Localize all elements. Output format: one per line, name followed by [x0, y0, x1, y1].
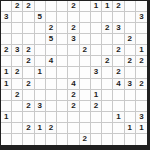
- empty-cell-r8c6[interactable]: [57, 79, 68, 90]
- empty-cell-r9c8[interactable]: [80, 90, 91, 101]
- clue-cell-r3c10: 2: [102, 23, 113, 34]
- clue-cell-r2c4: 5: [35, 12, 46, 23]
- empty-cell-r13c9[interactable]: [91, 134, 102, 145]
- empty-cell-r3c3[interactable]: [23, 23, 34, 34]
- empty-cell-r12c9[interactable]: [91, 123, 102, 134]
- empty-cell-r3c2[interactable]: [12, 23, 23, 34]
- clue-cell-r1c3: 2: [23, 1, 34, 12]
- empty-cell-r8c4[interactable]: [35, 79, 46, 90]
- empty-cell-r3c9[interactable]: [91, 23, 102, 34]
- empty-cell-r9c3[interactable]: [23, 90, 34, 101]
- empty-cell-r13c5[interactable]: [46, 134, 57, 145]
- clue-cell-r4c7: 3: [68, 34, 79, 45]
- empty-cell-r4c3[interactable]: [23, 34, 34, 45]
- clue-cell-r9c7: 2: [68, 90, 79, 101]
- clue-cell-r10c9: 2: [91, 101, 102, 112]
- clue-cell-r4c12: 2: [125, 34, 136, 45]
- empty-cell-r11c5[interactable]: [46, 112, 57, 123]
- empty-cell-r4c6[interactable]: [57, 34, 68, 45]
- clue-cell-r12c5: 2: [46, 123, 57, 134]
- empty-cell-r2c3[interactable]: [23, 12, 34, 23]
- empty-cell-r11c8[interactable]: [80, 112, 91, 123]
- clue-cell-r6c10: 2: [102, 56, 113, 67]
- empty-cell-r6c6[interactable]: [57, 56, 68, 67]
- empty-cell-r6c1[interactable]: [1, 56, 12, 67]
- empty-cell-r10c6[interactable]: [57, 101, 68, 112]
- clue-cell-r9c2: 2: [12, 90, 23, 101]
- empty-cell-r7c7[interactable]: [68, 67, 79, 78]
- empty-cell-r6c9[interactable]: [91, 56, 102, 67]
- empty-cell-r5c10[interactable]: [102, 45, 113, 56]
- empty-cell-r9c10[interactable]: [102, 90, 113, 101]
- clue-cell-r8c11: 4: [113, 79, 124, 90]
- empty-cell-r2c2[interactable]: [12, 12, 23, 23]
- clue-cell-r8c3: 2: [23, 79, 34, 90]
- empty-cell-r2c6[interactable]: [57, 12, 68, 23]
- empty-cell-r13c10[interactable]: [102, 134, 113, 145]
- empty-cell-r8c9[interactable]: [91, 79, 102, 90]
- empty-cell-r13c13[interactable]: [136, 134, 147, 145]
- clue-cell-r6c5: 4: [46, 56, 57, 67]
- clue-cell-r12c3: 2: [23, 123, 34, 134]
- empty-cell-r1c4[interactable]: [35, 1, 46, 12]
- empty-cell-r7c6[interactable]: [57, 67, 68, 78]
- empty-cell-r2c10[interactable]: [102, 12, 113, 23]
- empty-cell-r2c5[interactable]: [46, 12, 57, 23]
- clue-cell-r11c13: 3: [136, 112, 147, 123]
- empty-cell-r12c8[interactable]: [80, 123, 91, 134]
- empty-cell-r9c13[interactable]: [136, 90, 147, 101]
- empty-cell-r4c1[interactable]: [1, 34, 12, 45]
- empty-cell-r10c1[interactable]: [1, 101, 12, 112]
- empty-cell-r12c6[interactable]: [57, 123, 68, 134]
- empty-cell-r13c3[interactable]: [23, 134, 34, 145]
- empty-cell-r8c2[interactable]: [12, 79, 23, 90]
- empty-cell-r4c9[interactable]: [91, 34, 102, 45]
- empty-cell-r13c4[interactable]: [35, 134, 46, 145]
- clue-cell-r3c7: 2: [68, 23, 79, 34]
- empty-cell-r12c1[interactable]: [1, 123, 12, 134]
- empty-cell-r1c5[interactable]: [46, 1, 57, 12]
- empty-cell-r7c10[interactable]: [102, 67, 113, 78]
- clue-cell-r1c10: 1: [102, 1, 113, 12]
- clue-cell-r7c9: 3: [91, 67, 102, 78]
- clue-cell-r8c7: 4: [68, 79, 79, 90]
- empty-cell-r11c2[interactable]: [12, 112, 23, 123]
- empty-cell-r11c12[interactable]: [125, 112, 136, 123]
- empty-cell-r8c8[interactable]: [80, 79, 91, 90]
- empty-cell-r6c2[interactable]: [12, 56, 23, 67]
- empty-cell-r7c12[interactable]: [125, 67, 136, 78]
- empty-cell-r6c7[interactable]: [68, 56, 79, 67]
- empty-cell-r12c7[interactable]: [68, 123, 79, 134]
- clue-cell-r1c2: 2: [12, 1, 23, 12]
- empty-cell-r3c6[interactable]: [57, 23, 68, 34]
- clue-cell-r4c5: 5: [46, 34, 57, 45]
- empty-cell-r9c4[interactable]: [35, 90, 46, 101]
- empty-cell-r12c11[interactable]: [113, 123, 124, 134]
- empty-cell-r5c4[interactable]: [35, 45, 46, 56]
- empty-cell-r9c12[interactable]: [125, 90, 136, 101]
- clue-cell-r7c11: 2: [113, 67, 124, 78]
- empty-cell-r10c8[interactable]: [80, 101, 91, 112]
- clue-cell-r2c13: 3: [136, 12, 147, 23]
- clue-cell-r8c13: 2: [136, 79, 147, 90]
- clue-cell-r12c13: 1: [136, 123, 147, 134]
- clue-cell-r10c4: 3: [35, 101, 46, 112]
- empty-cell-r3c8[interactable]: [80, 23, 91, 34]
- clue-cell-r1c11: 2: [113, 1, 124, 12]
- empty-cell-r7c13[interactable]: [136, 67, 147, 78]
- clue-cell-r6c13: 2: [136, 56, 147, 67]
- clue-cell-r5c8: 2: [80, 45, 91, 56]
- empty-cell-r11c6[interactable]: [57, 112, 68, 123]
- empty-cell-r7c3[interactable]: [23, 67, 34, 78]
- empty-cell-r4c11[interactable]: [113, 34, 124, 45]
- clue-cell-r6c3: 2: [23, 56, 34, 67]
- empty-cell-r2c9[interactable]: [91, 12, 102, 23]
- puzzle-board: 2221123532223532232221242221213212443222…: [0, 0, 150, 150]
- empty-cell-r1c12[interactable]: [125, 1, 136, 12]
- clue-cell-r5c3: 2: [23, 45, 34, 56]
- empty-cell-r9c11[interactable]: [113, 90, 124, 101]
- empty-cell-r9c1[interactable]: [1, 90, 12, 101]
- empty-cell-r5c12[interactable]: [125, 45, 136, 56]
- empty-cell-r4c8[interactable]: [80, 34, 91, 45]
- empty-cell-r6c11[interactable]: [113, 56, 124, 67]
- clue-cell-r2c1: 3: [1, 12, 12, 23]
- empty-cell-r13c6[interactable]: [57, 134, 68, 145]
- clue-cell-r1c7: 2: [68, 1, 79, 12]
- clue-cell-r5c2: 3: [12, 45, 23, 56]
- clue-cell-r5c13: 1: [136, 45, 147, 56]
- empty-cell-r10c12[interactable]: [125, 101, 136, 112]
- empty-cell-r8c10[interactable]: [102, 79, 113, 90]
- empty-cell-r10c10[interactable]: [102, 101, 113, 112]
- empty-cell-r8c5[interactable]: [46, 79, 57, 90]
- empty-cell-r11c10[interactable]: [102, 112, 113, 123]
- empty-cell-r10c11[interactable]: [113, 101, 124, 112]
- clue-cell-r10c7: 2: [68, 101, 79, 112]
- empty-cell-r5c9[interactable]: [91, 45, 102, 56]
- empty-cell-r5c6[interactable]: [57, 45, 68, 56]
- empty-cell-r13c11[interactable]: [113, 134, 124, 145]
- empty-cell-r12c10[interactable]: [102, 123, 113, 134]
- empty-cell-r6c4[interactable]: [35, 56, 46, 67]
- clue-cell-r9c9: 1: [91, 90, 102, 101]
- clue-cell-r13c8: 2: [80, 134, 91, 145]
- empty-cell-r5c5[interactable]: [46, 45, 57, 56]
- empty-cell-r4c2[interactable]: [12, 34, 23, 45]
- empty-cell-r12c2[interactable]: [12, 123, 23, 134]
- empty-cell-r2c11[interactable]: [113, 12, 124, 23]
- empty-cell-r6c8[interactable]: [80, 56, 91, 67]
- clue-cell-r7c1: 1: [1, 67, 12, 78]
- clue-cell-r5c11: 2: [113, 45, 124, 56]
- clue-cell-r3c5: 2: [46, 23, 57, 34]
- empty-cell-r3c12[interactable]: [125, 23, 136, 34]
- empty-cell-r5c7[interactable]: [68, 45, 79, 56]
- empty-cell-r11c7[interactable]: [68, 112, 79, 123]
- clue-cell-r6c12: 2: [125, 56, 136, 67]
- empty-cell-r13c2[interactable]: [12, 134, 23, 145]
- empty-cell-r9c5[interactable]: [46, 90, 57, 101]
- empty-cell-r4c13[interactable]: [136, 34, 147, 45]
- empty-cell-r10c13[interactable]: [136, 101, 147, 112]
- empty-cell-r13c7[interactable]: [68, 134, 79, 145]
- empty-cell-r1c13[interactable]: [136, 1, 147, 12]
- empty-cell-r4c10[interactable]: [102, 34, 113, 45]
- empty-cell-r4c4[interactable]: [35, 34, 46, 45]
- empty-cell-r7c8[interactable]: [80, 67, 91, 78]
- clue-cell-r5c1: 2: [1, 45, 12, 56]
- empty-cell-r2c7[interactable]: [68, 12, 79, 23]
- empty-cell-r9c6[interactable]: [57, 90, 68, 101]
- clue-cell-r12c12: 1: [125, 123, 136, 134]
- empty-cell-r11c9[interactable]: [91, 112, 102, 123]
- empty-cell-r11c3[interactable]: [23, 112, 34, 123]
- clue-cell-r8c12: 3: [125, 79, 136, 90]
- clue-cell-r11c11: 1: [113, 112, 124, 123]
- clue-cell-r10c3: 2: [23, 101, 34, 112]
- clue-cell-r12c4: 1: [35, 123, 46, 134]
- empty-cell-r2c12[interactable]: [125, 12, 136, 23]
- clue-cell-r11c1: 1: [1, 112, 12, 123]
- empty-cell-r11c4[interactable]: [35, 112, 46, 123]
- empty-cell-r1c1[interactable]: [1, 1, 12, 12]
- empty-cell-r13c12[interactable]: [125, 134, 136, 145]
- empty-cell-r3c13[interactable]: [136, 23, 147, 34]
- empty-cell-r1c6[interactable]: [57, 1, 68, 12]
- clue-cell-r1c9: 1: [91, 1, 102, 12]
- empty-cell-r13c1[interactable]: [1, 134, 12, 145]
- clue-cell-r7c2: 2: [12, 67, 23, 78]
- clue-cell-r3c11: 3: [113, 23, 124, 34]
- empty-cell-r10c2[interactable]: [12, 101, 23, 112]
- empty-cell-r1c8[interactable]: [80, 1, 91, 12]
- empty-cell-r3c4[interactable]: [35, 23, 46, 34]
- clue-cell-r8c1: 1: [1, 79, 12, 90]
- clue-cell-r7c4: 1: [35, 67, 46, 78]
- empty-cell-r3c1[interactable]: [1, 23, 12, 34]
- empty-cell-r2c8[interactable]: [80, 12, 91, 23]
- empty-cell-r7c5[interactable]: [46, 67, 57, 78]
- empty-cell-r10c5[interactable]: [46, 101, 57, 112]
